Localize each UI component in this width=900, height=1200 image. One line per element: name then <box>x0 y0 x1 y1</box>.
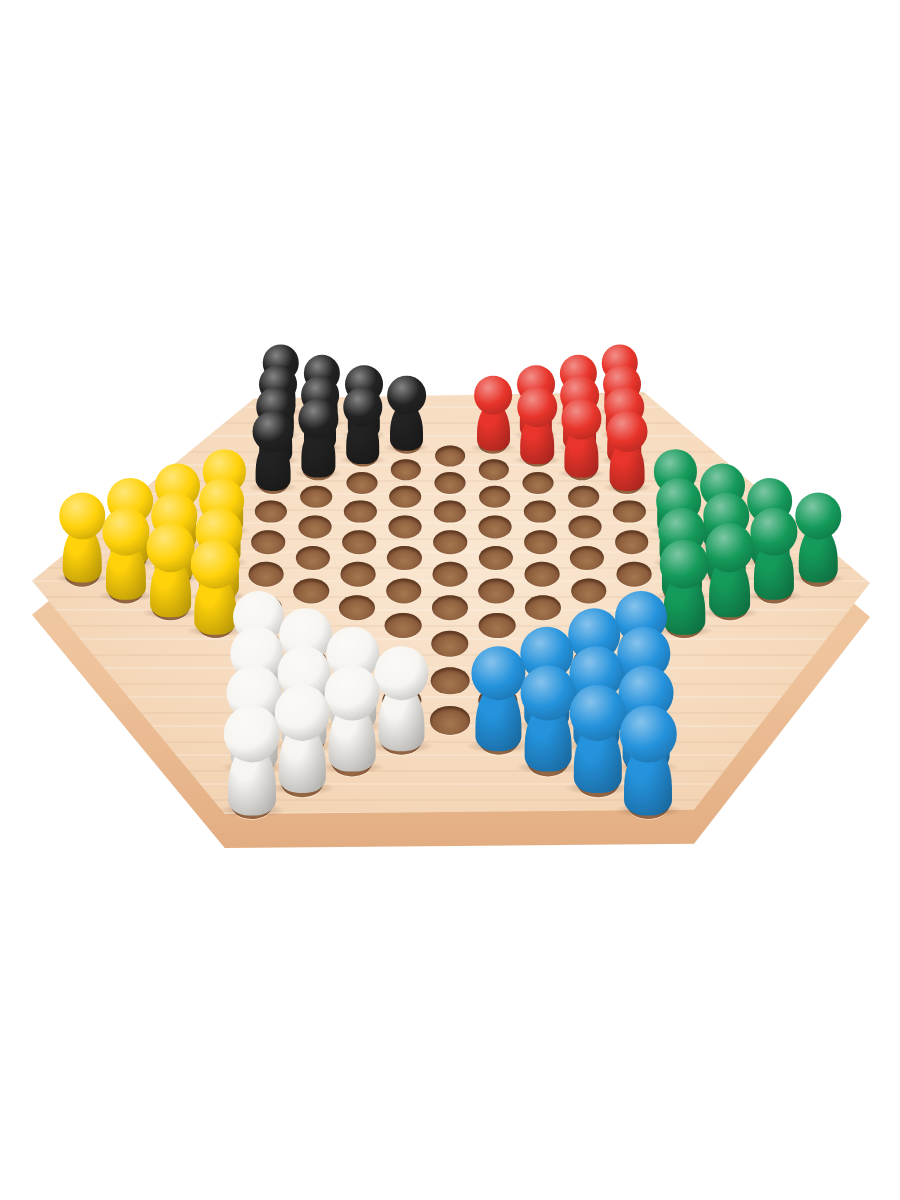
peg-head <box>59 493 105 540</box>
peg-red[interactable] <box>605 411 649 491</box>
peg-head <box>660 540 709 589</box>
peg-head <box>374 646 428 701</box>
peg-head <box>191 540 240 589</box>
peg-head <box>620 705 676 762</box>
peg-yellow[interactable] <box>145 523 196 617</box>
peg-white[interactable] <box>222 705 282 815</box>
peg-head <box>562 398 602 439</box>
peg-green[interactable] <box>704 523 755 617</box>
peg-green[interactable] <box>749 508 799 600</box>
peg-red[interactable] <box>560 398 603 477</box>
peg-head <box>223 705 279 762</box>
peg-head <box>706 523 754 572</box>
peg-head <box>274 685 330 741</box>
scene <box>0 0 900 1200</box>
peg-head <box>606 411 647 453</box>
peg-head <box>570 685 626 741</box>
peg-yellow[interactable] <box>57 493 106 583</box>
peg-head <box>102 508 149 556</box>
peg-head <box>253 411 294 453</box>
peg-black[interactable] <box>297 398 340 477</box>
peg-head <box>517 387 556 427</box>
peg-red[interactable] <box>516 387 558 464</box>
peg-blue[interactable] <box>618 705 678 815</box>
chinese-checkers-board <box>0 0 900 1200</box>
peg-head <box>298 398 338 439</box>
peg-head <box>325 665 380 720</box>
peg-white[interactable] <box>373 646 430 751</box>
peg-head <box>472 646 526 701</box>
peg-black[interactable] <box>342 387 384 464</box>
peg-yellow[interactable] <box>101 508 151 600</box>
pegs-layer <box>0 0 900 1200</box>
peg-head <box>343 387 382 427</box>
peg-head <box>751 508 798 556</box>
peg-green[interactable] <box>793 493 842 583</box>
peg-head <box>387 376 426 415</box>
peg-head <box>795 493 841 540</box>
peg-red[interactable] <box>473 376 514 451</box>
peg-head <box>521 665 576 720</box>
peg-black[interactable] <box>251 411 295 491</box>
peg-black[interactable] <box>386 376 427 451</box>
peg-head <box>146 523 194 572</box>
peg-head <box>474 376 513 415</box>
